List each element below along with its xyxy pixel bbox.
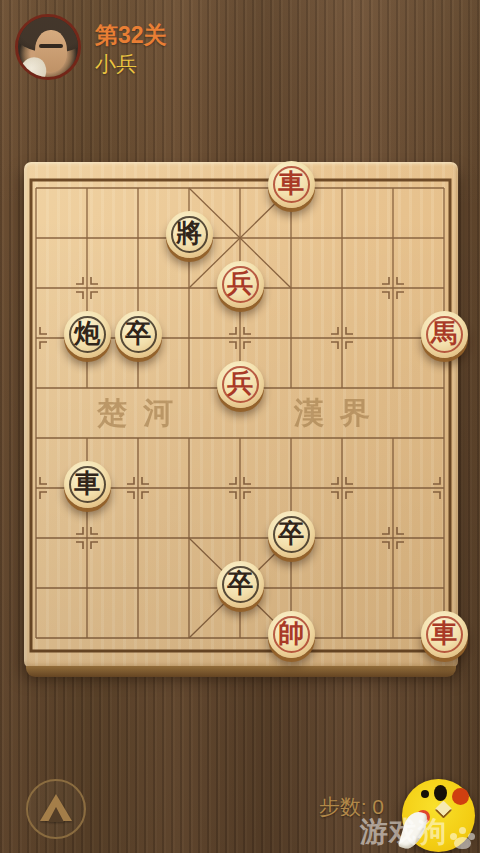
piece-glyph: 將 — [176, 220, 202, 246]
piece-glyph: 馬 — [431, 320, 457, 346]
watermark-text: 游戏狗 — [360, 813, 447, 851]
game-screen: 第32关 小兵 楚河 漢界 車將兵炮卒馬兵車卒卒帥車 步数: 0 游戏狗 — [0, 0, 480, 853]
piece-red-soldier[interactable]: 兵 — [217, 361, 264, 408]
piece-red-soldier[interactable]: 兵 — [217, 261, 264, 308]
piece-glyph: 卒 — [227, 570, 253, 596]
piece-black-soldier[interactable]: 卒 — [268, 511, 315, 558]
chick-left-eye-icon — [421, 790, 429, 798]
avatar-brow — [39, 44, 63, 48]
river-label-right: 漢界 — [294, 393, 386, 434]
stage-name-label: 小兵 — [95, 50, 137, 78]
piece-glyph: 兵 — [227, 270, 253, 296]
piece-black-cannon[interactable]: 炮 — [64, 311, 111, 358]
river-label-left: 楚河 — [97, 393, 189, 434]
piece-glyph: 車 — [431, 620, 457, 646]
piece-black-soldier[interactable]: 卒 — [115, 311, 162, 358]
piece-black-soldier[interactable]: 卒 — [217, 561, 264, 608]
piece-red-horse[interactable]: 馬 — [421, 311, 468, 358]
piece-black-chariot[interactable]: 車 — [64, 461, 111, 508]
chick-right-eye-icon — [434, 785, 447, 801]
player-avatar[interactable] — [15, 14, 81, 80]
piece-glyph: 兵 — [227, 370, 253, 396]
piece-glyph: 車 — [278, 170, 304, 196]
chick-ear-dot-icon — [452, 788, 469, 805]
piece-glyph: 卒 — [125, 320, 151, 346]
piece-glyph: 車 — [74, 470, 100, 496]
piece-red-general[interactable]: 帥 — [268, 611, 315, 658]
level-label: 第32关 — [95, 20, 167, 51]
piece-glyph: 卒 — [278, 520, 304, 546]
paw-icon — [450, 825, 476, 849]
back-button[interactable] — [26, 779, 86, 839]
piece-glyph: 炮 — [74, 320, 100, 346]
piece-black-general[interactable]: 將 — [166, 211, 213, 258]
piece-red-chariot[interactable]: 車 — [421, 611, 468, 658]
piece-glyph: 帥 — [278, 620, 304, 646]
piece-red-chariot[interactable]: 車 — [268, 161, 315, 208]
watermark: 游戏狗 — [360, 813, 476, 851]
chevron-up-icon — [40, 794, 72, 821]
